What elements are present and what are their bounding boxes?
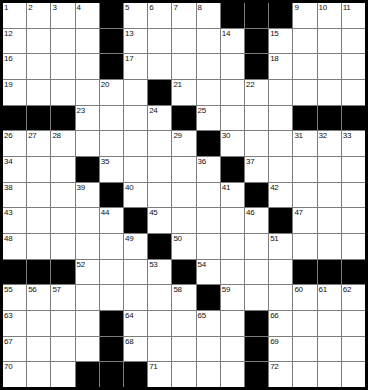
- cell-r8c7[interactable]: [148, 183, 171, 208]
- cell-r11c7[interactable]: 53: [148, 260, 171, 285]
- cell-r4c5[interactable]: 20: [100, 80, 123, 105]
- black-cell-r11c8: [172, 260, 195, 285]
- cell-r8c8[interactable]: [172, 183, 195, 208]
- cell-r15c1[interactable]: 70: [3, 362, 26, 387]
- cell-r6c13[interactable]: 31: [293, 131, 316, 156]
- black-cell-r15c4: [76, 362, 99, 387]
- cell-r1c14[interactable]: 10: [318, 3, 341, 28]
- cell-r14c4[interactable]: [76, 337, 99, 362]
- black-cell-r6c9: [197, 131, 220, 156]
- cell-r14c12[interactable]: 69: [269, 337, 292, 362]
- cell-r12c7[interactable]: [148, 285, 171, 310]
- clue-number: 6: [149, 3, 153, 12]
- clue-number: 14: [222, 29, 230, 38]
- cell-r8c3[interactable]: [51, 183, 74, 208]
- cell-r11c9[interactable]: 54: [197, 260, 220, 285]
- cell-r12c10[interactable]: 59: [221, 285, 244, 310]
- cell-r9c9[interactable]: [197, 208, 220, 233]
- black-cell-r11c2: [27, 260, 50, 285]
- clue-number: 24: [149, 106, 157, 115]
- cell-r9c10[interactable]: [221, 208, 244, 233]
- cell-r2c1[interactable]: 12: [3, 29, 26, 54]
- cell-r3c14[interactable]: [318, 54, 341, 79]
- cell-r13c9[interactable]: 65: [197, 311, 220, 336]
- crossword-grid: 1234567891011121314151617181920212223242…: [3, 3, 365, 387]
- clue-number: 13: [125, 29, 133, 38]
- cell-r1c13[interactable]: 9: [293, 3, 316, 28]
- cell-r10c8[interactable]: 50: [172, 234, 195, 259]
- cell-r14c8[interactable]: [172, 337, 195, 362]
- cell-r14c15[interactable]: [342, 337, 365, 362]
- cell-r9c8[interactable]: [172, 208, 195, 233]
- black-cell-r2c11: [245, 29, 268, 54]
- black-cell-r15c6: [124, 362, 147, 387]
- clue-number: 29: [173, 131, 181, 140]
- cell-r5c10[interactable]: [221, 106, 244, 131]
- black-cell-r3c11: [245, 54, 268, 79]
- cell-r7c2[interactable]: [27, 157, 50, 182]
- cell-r12c12[interactable]: [269, 285, 292, 310]
- clue-number: 60: [294, 285, 302, 294]
- cell-r8c4[interactable]: 39: [76, 183, 99, 208]
- cell-r10c6[interactable]: 49: [124, 234, 147, 259]
- clue-number: 47: [294, 208, 302, 217]
- black-cell-r5c1: [3, 106, 26, 131]
- cell-r4c4[interactable]: [76, 80, 99, 105]
- clue-number: 70: [4, 362, 12, 371]
- cell-r10c14[interactable]: [318, 234, 341, 259]
- cell-r5c5[interactable]: [100, 106, 123, 131]
- cell-r7c8[interactable]: [172, 157, 195, 182]
- cell-r8c15[interactable]: [342, 183, 365, 208]
- cell-r13c8[interactable]: [172, 311, 195, 336]
- cell-r8c2[interactable]: [27, 183, 50, 208]
- cell-r3c1[interactable]: 16: [3, 54, 26, 79]
- clue-number: 16: [4, 54, 12, 63]
- black-cell-r5c8: [172, 106, 195, 131]
- cell-r15c2[interactable]: [27, 362, 50, 387]
- clue-number: 32: [319, 131, 327, 140]
- cell-r15c10[interactable]: [221, 362, 244, 387]
- cell-r7c12[interactable]: [269, 157, 292, 182]
- cell-r5c4[interactable]: 23: [76, 106, 99, 131]
- cell-r3c3[interactable]: [51, 54, 74, 79]
- black-cell-r5c13: [293, 106, 316, 131]
- clue-number: 42: [270, 183, 278, 192]
- black-cell-r1c10: [221, 3, 244, 28]
- cell-r8c1[interactable]: 38: [3, 183, 26, 208]
- cell-r12c13[interactable]: 60: [293, 285, 316, 310]
- cell-r10c4[interactable]: [76, 234, 99, 259]
- cell-r3c15[interactable]: [342, 54, 365, 79]
- cell-r12c4[interactable]: [76, 285, 99, 310]
- cell-r12c2[interactable]: 56: [27, 285, 50, 310]
- clue-number: 23: [77, 106, 85, 115]
- clue-number: 4: [77, 3, 81, 12]
- cell-r13c1[interactable]: 63: [3, 311, 26, 336]
- cell-r9c7[interactable]: 45: [148, 208, 171, 233]
- black-cell-r9c6: [124, 208, 147, 233]
- black-cell-r7c10: [221, 157, 244, 182]
- cell-r9c1[interactable]: 43: [3, 208, 26, 233]
- clue-number: 34: [4, 157, 12, 166]
- cell-r4c2[interactable]: [27, 80, 50, 105]
- cell-r6c8[interactable]: 29: [172, 131, 195, 156]
- black-cell-r3c5: [100, 54, 123, 79]
- cell-r2c13[interactable]: [293, 29, 316, 54]
- cell-r9c11[interactable]: 46: [245, 208, 268, 233]
- cell-r12c5[interactable]: [100, 285, 123, 310]
- clue-number: 28: [52, 131, 60, 140]
- cell-r3c7[interactable]: [148, 54, 171, 79]
- cell-r6c11[interactable]: [245, 131, 268, 156]
- cell-r5c11[interactable]: [245, 106, 268, 131]
- cell-r11c5[interactable]: [100, 260, 123, 285]
- cell-r15c3[interactable]: [51, 362, 74, 387]
- cell-r14c1[interactable]: 67: [3, 337, 26, 362]
- clue-number: 15: [270, 29, 278, 38]
- cell-r7c5[interactable]: 35: [100, 157, 123, 182]
- cell-r15c12[interactable]: 72: [269, 362, 292, 387]
- cell-r5c9[interactable]: 25: [197, 106, 220, 131]
- cell-r9c15[interactable]: [342, 208, 365, 233]
- clue-number: 58: [173, 285, 181, 294]
- cell-r15c8[interactable]: [172, 362, 195, 387]
- cell-r2c7[interactable]: [148, 29, 171, 54]
- black-cell-r9c12: [269, 208, 292, 233]
- clue-number: 25: [198, 106, 206, 115]
- cell-r12c6[interactable]: [124, 285, 147, 310]
- black-cell-r11c15: [342, 260, 365, 285]
- cell-r13c2[interactable]: [27, 311, 50, 336]
- cell-r1c2[interactable]: 2: [27, 3, 50, 28]
- clue-number: 12: [4, 29, 12, 38]
- cell-r3c12[interactable]: 18: [269, 54, 292, 79]
- clue-number: 66: [270, 311, 278, 320]
- cell-r7c3[interactable]: [51, 157, 74, 182]
- cell-r4c8[interactable]: 21: [172, 80, 195, 105]
- cell-r7c6[interactable]: [124, 157, 147, 182]
- cell-r14c10[interactable]: [221, 337, 244, 362]
- cell-r14c14[interactable]: [318, 337, 341, 362]
- cell-r10c10[interactable]: [221, 234, 244, 259]
- cell-r1c15[interactable]: 11: [342, 3, 365, 28]
- clue-number: 27: [28, 131, 36, 140]
- cell-r4c9[interactable]: [197, 80, 220, 105]
- cell-r14c2[interactable]: [27, 337, 50, 362]
- cell-r4c6[interactable]: [124, 80, 147, 105]
- clue-number: 63: [4, 311, 12, 320]
- cell-r1c8[interactable]: 7: [172, 3, 195, 28]
- black-cell-r11c14: [318, 260, 341, 285]
- clue-number: 3: [52, 3, 56, 12]
- cell-r6c2[interactable]: 27: [27, 131, 50, 156]
- cell-r1c4[interactable]: 4: [76, 3, 99, 28]
- cell-r3c4[interactable]: [76, 54, 99, 79]
- black-cell-r2c5: [100, 29, 123, 54]
- black-cell-r1c12: [269, 3, 292, 28]
- clue-number: 8: [198, 3, 202, 12]
- cell-r2c4[interactable]: [76, 29, 99, 54]
- cell-r8c13[interactable]: [293, 183, 316, 208]
- black-cell-r5c3: [51, 106, 74, 131]
- cell-r4c14[interactable]: [318, 80, 341, 105]
- clue-number: 54: [198, 260, 206, 269]
- black-cell-r1c11: [245, 3, 268, 28]
- cell-r13c14[interactable]: [318, 311, 341, 336]
- black-cell-r11c3: [51, 260, 74, 285]
- cell-r15c15[interactable]: [342, 362, 365, 387]
- black-cell-r1c5: [100, 3, 123, 28]
- cell-r3c9[interactable]: [197, 54, 220, 79]
- cell-r10c11[interactable]: [245, 234, 268, 259]
- clue-number: 36: [198, 157, 206, 166]
- cell-r13c13[interactable]: [293, 311, 316, 336]
- cell-r6c1[interactable]: 26: [3, 131, 26, 156]
- cell-r13c4[interactable]: [76, 311, 99, 336]
- cell-r1c7[interactable]: 6: [148, 3, 171, 28]
- cell-r8c10[interactable]: 41: [221, 183, 244, 208]
- clue-number: 48: [4, 234, 12, 243]
- cell-r10c5[interactable]: [100, 234, 123, 259]
- clue-number: 61: [319, 285, 327, 294]
- clue-number: 38: [4, 183, 12, 192]
- black-cell-r11c13: [293, 260, 316, 285]
- cell-r11c11[interactable]: [245, 260, 268, 285]
- clue-number: 41: [222, 183, 230, 192]
- cell-r10c13[interactable]: [293, 234, 316, 259]
- cell-r10c9[interactable]: [197, 234, 220, 259]
- cell-r4c13[interactable]: [293, 80, 316, 105]
- cell-r9c2[interactable]: [27, 208, 50, 233]
- cell-r6c5[interactable]: [100, 131, 123, 156]
- cell-r10c2[interactable]: [27, 234, 50, 259]
- cell-r4c3[interactable]: [51, 80, 74, 105]
- cell-r10c1[interactable]: 48: [3, 234, 26, 259]
- clue-number: 71: [149, 362, 157, 371]
- cell-r10c12[interactable]: 51: [269, 234, 292, 259]
- clue-number: 20: [101, 80, 109, 89]
- cell-r12c11[interactable]: [245, 285, 268, 310]
- clue-number: 72: [270, 362, 278, 371]
- cell-r4c11[interactable]: 22: [245, 80, 268, 105]
- cell-r8c12[interactable]: 42: [269, 183, 292, 208]
- clue-number: 56: [28, 285, 36, 294]
- cell-r13c15[interactable]: [342, 311, 365, 336]
- cell-r9c4[interactable]: [76, 208, 99, 233]
- clue-number: 2: [28, 3, 32, 12]
- cell-r4c15[interactable]: [342, 80, 365, 105]
- cell-r2c14[interactable]: [318, 29, 341, 54]
- black-cell-r5c15: [342, 106, 365, 131]
- cell-r6c10[interactable]: 30: [221, 131, 244, 156]
- cell-r3c13[interactable]: [293, 54, 316, 79]
- clue-number: 43: [4, 208, 12, 217]
- cell-r2c9[interactable]: [197, 29, 220, 54]
- clue-number: 1: [4, 3, 8, 12]
- black-cell-r14c5: [100, 337, 123, 362]
- cell-r14c9[interactable]: [197, 337, 220, 362]
- cell-r7c9[interactable]: 36: [197, 157, 220, 182]
- cell-r8c6[interactable]: 40: [124, 183, 147, 208]
- clue-number: 62: [343, 285, 351, 294]
- clue-number: 35: [101, 157, 109, 166]
- cell-r2c3[interactable]: [51, 29, 74, 54]
- clue-number: 22: [246, 80, 254, 89]
- clue-number: 45: [149, 208, 157, 217]
- clue-number: 21: [173, 80, 181, 89]
- cell-r8c9[interactable]: [197, 183, 220, 208]
- black-cell-r10c7: [148, 234, 171, 259]
- cell-r2c15[interactable]: [342, 29, 365, 54]
- clue-number: 40: [125, 183, 133, 192]
- cell-r15c7[interactable]: 71: [148, 362, 171, 387]
- clue-number: 18: [270, 54, 278, 63]
- clue-number: 46: [246, 208, 254, 217]
- black-cell-r4c7: [148, 80, 171, 105]
- clue-number: 9: [294, 3, 298, 12]
- black-cell-r13c5: [100, 311, 123, 336]
- cell-r15c13[interactable]: [293, 362, 316, 387]
- cell-r6c14[interactable]: 32: [318, 131, 341, 156]
- clue-number: 26: [4, 131, 12, 140]
- cell-r6c3[interactable]: 28: [51, 131, 74, 156]
- cell-r9c14[interactable]: [318, 208, 341, 233]
- cell-r13c10[interactable]: [221, 311, 244, 336]
- clue-number: 50: [173, 234, 181, 243]
- clue-number: 59: [222, 285, 230, 294]
- cell-r6c12[interactable]: [269, 131, 292, 156]
- black-cell-r14c11: [245, 337, 268, 362]
- cell-r13c12[interactable]: 66: [269, 311, 292, 336]
- black-cell-r15c11: [245, 362, 268, 387]
- clue-number: 39: [77, 183, 85, 192]
- cell-r10c15[interactable]: [342, 234, 365, 259]
- cell-r6c15[interactable]: 33: [342, 131, 365, 156]
- cell-r10c3[interactable]: [51, 234, 74, 259]
- cell-r1c1[interactable]: 1: [3, 3, 26, 28]
- cell-r8c14[interactable]: [318, 183, 341, 208]
- cell-r14c13[interactable]: [293, 337, 316, 362]
- cell-r5c7[interactable]: 24: [148, 106, 171, 131]
- clue-number: 7: [173, 3, 177, 12]
- crossword-frame: 1234567891011121314151617181920212223242…: [0, 0, 368, 390]
- cell-r4c10[interactable]: [221, 80, 244, 105]
- cell-r11c12[interactable]: [269, 260, 292, 285]
- cell-r12c8[interactable]: 58: [172, 285, 195, 310]
- black-cell-r8c5: [100, 183, 123, 208]
- cell-r11c6[interactable]: [124, 260, 147, 285]
- clue-number: 53: [149, 260, 157, 269]
- cell-r6c7[interactable]: [148, 131, 171, 156]
- cell-r12c3[interactable]: 57: [51, 285, 74, 310]
- black-cell-r15c5: [100, 362, 123, 387]
- black-cell-r12c9: [197, 285, 220, 310]
- cell-r14c7[interactable]: [148, 337, 171, 362]
- cell-r7c1[interactable]: 34: [3, 157, 26, 182]
- black-cell-r7c4: [76, 157, 99, 182]
- cell-r4c1[interactable]: 19: [3, 80, 26, 105]
- cell-r9c3[interactable]: [51, 208, 74, 233]
- cell-r2c8[interactable]: [172, 29, 195, 54]
- cell-r12c15[interactable]: 62: [342, 285, 365, 310]
- cell-r6c4[interactable]: [76, 131, 99, 156]
- clue-number: 17: [125, 54, 133, 63]
- cell-r1c3[interactable]: 3: [51, 3, 74, 28]
- clue-number: 55: [4, 285, 12, 294]
- cell-r3c6[interactable]: 17: [124, 54, 147, 79]
- clue-number: 44: [101, 208, 109, 217]
- clue-number: 64: [125, 311, 133, 320]
- clue-number: 69: [270, 337, 278, 346]
- clue-number: 33: [343, 131, 351, 140]
- cell-r11c4[interactable]: 52: [76, 260, 99, 285]
- cell-r13c7[interactable]: [148, 311, 171, 336]
- cell-r11c10[interactable]: [221, 260, 244, 285]
- clue-number: 49: [125, 234, 133, 243]
- cell-r5c6[interactable]: [124, 106, 147, 131]
- cell-r2c2[interactable]: [27, 29, 50, 54]
- cell-r2c12[interactable]: 15: [269, 29, 292, 54]
- clue-number: 68: [125, 337, 133, 346]
- cell-r13c6[interactable]: 64: [124, 311, 147, 336]
- cell-r5c12[interactable]: [269, 106, 292, 131]
- cell-r7c15[interactable]: [342, 157, 365, 182]
- cell-r7c13[interactable]: [293, 157, 316, 182]
- clue-number: 30: [222, 131, 230, 140]
- cell-r13c3[interactable]: [51, 311, 74, 336]
- black-cell-r5c14: [318, 106, 341, 131]
- cell-r14c3[interactable]: [51, 337, 74, 362]
- black-cell-r13c11: [245, 311, 268, 336]
- clue-number: 10: [319, 3, 327, 12]
- cell-r15c14[interactable]: [318, 362, 341, 387]
- cell-r12c14[interactable]: 61: [318, 285, 341, 310]
- cell-r3c8[interactable]: [172, 54, 195, 79]
- clue-number: 57: [52, 285, 60, 294]
- clue-number: 52: [77, 260, 85, 269]
- cell-r15c9[interactable]: [197, 362, 220, 387]
- cell-r14c6[interactable]: 68: [124, 337, 147, 362]
- cell-r7c11[interactable]: 37: [245, 157, 268, 182]
- cell-r1c6[interactable]: 5: [124, 3, 147, 28]
- cell-r1c9[interactable]: 8: [197, 3, 220, 28]
- cell-r6c6[interactable]: [124, 131, 147, 156]
- cell-r9c5[interactable]: 44: [100, 208, 123, 233]
- cell-r2c6[interactable]: 13: [124, 29, 147, 54]
- clue-number: 65: [198, 311, 206, 320]
- clue-number: 31: [294, 131, 302, 140]
- clue-number: 67: [4, 337, 12, 346]
- cell-r12c1[interactable]: 55: [3, 285, 26, 310]
- cell-r3c10[interactable]: [221, 54, 244, 79]
- cell-r2c10[interactable]: 14: [221, 29, 244, 54]
- clue-number: 11: [343, 3, 351, 12]
- black-cell-r8c11: [245, 183, 268, 208]
- cell-r7c7[interactable]: [148, 157, 171, 182]
- cell-r3c2[interactable]: [27, 54, 50, 79]
- cell-r4c12[interactable]: [269, 80, 292, 105]
- clue-number: 51: [270, 234, 278, 243]
- cell-r9c13[interactable]: 47: [293, 208, 316, 233]
- black-cell-r11c1: [3, 260, 26, 285]
- clue-number: 19: [4, 80, 12, 89]
- cell-r7c14[interactable]: [318, 157, 341, 182]
- black-cell-r5c2: [27, 106, 50, 131]
- clue-number: 37: [246, 157, 254, 166]
- clue-number: 5: [125, 3, 129, 12]
